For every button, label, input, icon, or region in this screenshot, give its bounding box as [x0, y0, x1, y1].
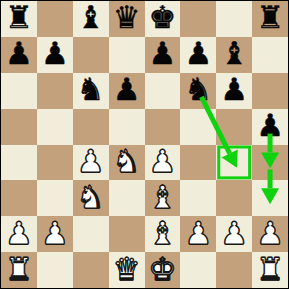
square-a3[interactable] [1, 180, 37, 216]
square-f6[interactable]: ♞ [180, 73, 216, 109]
square-b7[interactable]: ♟ [37, 37, 73, 73]
square-d2[interactable] [109, 216, 145, 252]
piece-black-king[interactable]: ♚ [149, 2, 177, 33]
square-b2[interactable]: ♟ [37, 216, 73, 252]
square-g8[interactable] [216, 1, 252, 37]
square-a1[interactable]: ♜ [1, 252, 37, 288]
piece-white-knight[interactable]: ♞ [113, 146, 141, 177]
piece-white-rook[interactable]: ♜ [256, 254, 284, 285]
piece-black-pawn[interactable]: ♟ [256, 110, 284, 141]
square-b5[interactable] [37, 109, 73, 145]
square-e2[interactable]: ♝ [145, 216, 181, 252]
square-h5[interactable]: ♟ [252, 109, 288, 145]
piece-black-rook[interactable]: ♜ [5, 2, 33, 33]
piece-black-pawn[interactable]: ♟ [220, 74, 248, 105]
square-c2[interactable] [73, 216, 109, 252]
square-b6[interactable] [37, 73, 73, 109]
square-b4[interactable] [37, 145, 73, 181]
square-c6[interactable]: ♞ [73, 73, 109, 109]
square-e8[interactable]: ♚ [145, 1, 181, 37]
square-h2[interactable]: ♟ [252, 216, 288, 252]
square-d6[interactable]: ♟ [109, 73, 145, 109]
piece-black-pawn[interactable]: ♟ [149, 38, 177, 69]
square-f5[interactable] [180, 109, 216, 145]
square-d7[interactable] [109, 37, 145, 73]
square-c5[interactable] [73, 109, 109, 145]
chess-board: ♜♝♛♚♜♟♟♟♟♝♞♟♞♟♟♟♞♟♞♝♟♟♝♟♟♟♜♛♚♜ [1, 1, 288, 288]
piece-black-pawn[interactable]: ♟ [184, 38, 212, 69]
piece-white-pawn[interactable]: ♟ [5, 218, 33, 249]
square-g4[interactable] [216, 145, 252, 181]
square-g3[interactable] [216, 180, 252, 216]
square-a7[interactable]: ♟ [1, 37, 37, 73]
square-f7[interactable]: ♟ [180, 37, 216, 73]
piece-black-knight[interactable]: ♞ [184, 74, 212, 105]
piece-white-pawn[interactable]: ♟ [184, 218, 212, 249]
square-b8[interactable] [37, 1, 73, 37]
square-e3[interactable]: ♝ [145, 180, 181, 216]
chess-board-frame: ♜♝♛♚♜♟♟♟♟♝♞♟♞♟♟♟♞♟♞♝♟♟♝♟♟♟♜♛♚♜ [0, 0, 289, 289]
square-f2[interactable]: ♟ [180, 216, 216, 252]
square-d1[interactable]: ♛ [109, 252, 145, 288]
square-a2[interactable]: ♟ [1, 216, 37, 252]
piece-black-bishop[interactable]: ♝ [220, 38, 248, 69]
square-d4[interactable]: ♞ [109, 145, 145, 181]
square-a6[interactable] [1, 73, 37, 109]
square-e5[interactable] [145, 109, 181, 145]
square-c7[interactable] [73, 37, 109, 73]
square-h3[interactable] [252, 180, 288, 216]
piece-white-pawn[interactable]: ♟ [220, 218, 248, 249]
square-g5[interactable] [216, 109, 252, 145]
square-e1[interactable]: ♚ [145, 252, 181, 288]
square-h7[interactable] [252, 37, 288, 73]
piece-white-bishop[interactable]: ♝ [149, 218, 177, 249]
square-e7[interactable]: ♟ [145, 37, 181, 73]
square-c4[interactable]: ♟ [73, 145, 109, 181]
piece-black-knight[interactable]: ♞ [77, 74, 105, 105]
square-c1[interactable] [73, 252, 109, 288]
square-a5[interactable] [1, 109, 37, 145]
square-e4[interactable]: ♟ [145, 145, 181, 181]
square-a8[interactable]: ♜ [1, 1, 37, 37]
piece-black-pawn[interactable]: ♟ [41, 38, 69, 69]
square-f1[interactable] [180, 252, 216, 288]
piece-white-queen[interactable]: ♛ [113, 254, 141, 285]
piece-white-pawn[interactable]: ♟ [77, 146, 105, 177]
square-h1[interactable]: ♜ [252, 252, 288, 288]
square-f3[interactable] [180, 180, 216, 216]
square-d8[interactable]: ♛ [109, 1, 145, 37]
square-g2[interactable]: ♟ [216, 216, 252, 252]
square-h4[interactable] [252, 145, 288, 181]
square-d5[interactable] [109, 109, 145, 145]
square-f8[interactable] [180, 1, 216, 37]
square-b1[interactable] [37, 252, 73, 288]
square-g1[interactable] [216, 252, 252, 288]
piece-white-king[interactable]: ♚ [149, 254, 177, 285]
square-c8[interactable]: ♝ [73, 1, 109, 37]
piece-white-pawn[interactable]: ♟ [256, 218, 284, 249]
square-b3[interactable] [37, 180, 73, 216]
square-e6[interactable] [145, 73, 181, 109]
square-c3[interactable]: ♞ [73, 180, 109, 216]
square-h8[interactable]: ♜ [252, 1, 288, 37]
square-h6[interactable] [252, 73, 288, 109]
piece-white-pawn[interactable]: ♟ [149, 146, 177, 177]
piece-black-rook[interactable]: ♜ [256, 2, 284, 33]
piece-white-bishop[interactable]: ♝ [149, 182, 177, 213]
piece-white-pawn[interactable]: ♟ [41, 218, 69, 249]
piece-black-pawn[interactable]: ♟ [5, 38, 33, 69]
square-f4[interactable] [180, 145, 216, 181]
square-a4[interactable] [1, 145, 37, 181]
square-g6[interactable]: ♟ [216, 73, 252, 109]
piece-white-rook[interactable]: ♜ [5, 254, 33, 285]
piece-black-bishop[interactable]: ♝ [77, 2, 105, 33]
piece-black-pawn[interactable]: ♟ [113, 74, 141, 105]
piece-black-queen[interactable]: ♛ [113, 2, 141, 33]
piece-white-knight[interactable]: ♞ [77, 182, 105, 213]
square-g7[interactable]: ♝ [216, 37, 252, 73]
square-d3[interactable] [109, 180, 145, 216]
